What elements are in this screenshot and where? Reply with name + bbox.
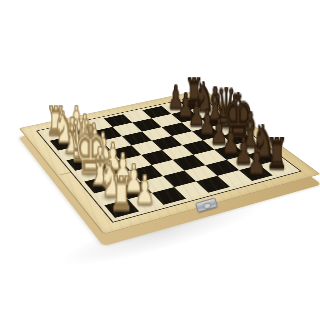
square <box>190 106 219 118</box>
square <box>152 114 181 127</box>
square <box>162 145 194 160</box>
product-photo-stage: ♜♞♝♛♚♝♞♜♟♟♟♟♟♟♟♟♟♟♟♟♟♟♟♟♜♞♝♛♚♝♞♜ <box>0 0 320 320</box>
square <box>171 110 200 122</box>
square <box>132 118 161 131</box>
chess-board: ♜♞♝♛♚♝♞♜♟♟♟♟♟♟♟♟♟♟♟♟♟♟♟♟♜♞♝♛♚♝♞♜ <box>19 89 320 234</box>
square <box>142 106 171 118</box>
square <box>172 131 203 145</box>
square <box>184 165 217 181</box>
square <box>196 176 230 193</box>
square <box>180 98 208 110</box>
square <box>123 110 152 123</box>
square <box>142 127 172 141</box>
white-rook-icon: ♜ <box>94 175 148 213</box>
square <box>174 181 208 198</box>
square <box>162 122 192 135</box>
square <box>173 155 205 171</box>
black-pawn-icon: ♟ <box>231 146 282 176</box>
square <box>161 102 189 114</box>
square <box>152 136 183 150</box>
